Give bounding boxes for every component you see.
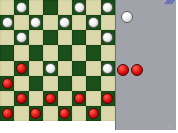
- white-piece[interactable]: [2, 17, 13, 28]
- white-piece[interactable]: [102, 2, 113, 13]
- board-square[interactable]: [86, 45, 100, 60]
- board-square[interactable]: [86, 61, 100, 76]
- board-square[interactable]: [101, 0, 115, 15]
- board-square[interactable]: [101, 106, 115, 121]
- checkers-app-window: ///// ·.: [0, 0, 178, 133]
- board-square[interactable]: [0, 15, 14, 30]
- board-square[interactable]: [72, 61, 86, 76]
- board-square[interactable]: [86, 15, 100, 30]
- board-square[interactable]: [101, 15, 115, 30]
- board-square[interactable]: [86, 91, 100, 106]
- red-piece[interactable]: [2, 108, 13, 119]
- board-square[interactable]: [86, 30, 100, 45]
- red-piece[interactable]: [30, 108, 41, 119]
- panel-corner-mark: ·.: [167, 123, 171, 128]
- board-square[interactable]: [86, 106, 100, 121]
- board-square[interactable]: [101, 76, 115, 91]
- board-square[interactable]: [14, 15, 28, 30]
- board-square[interactable]: [72, 91, 86, 106]
- board-square[interactable]: [58, 0, 72, 15]
- white-piece[interactable]: [88, 17, 99, 28]
- board-square[interactable]: [72, 15, 86, 30]
- white-piece[interactable]: [16, 32, 27, 43]
- board-square[interactable]: [14, 76, 28, 91]
- white-piece[interactable]: [74, 2, 85, 13]
- white-piece[interactable]: [45, 63, 56, 74]
- captured-white-tray: [121, 11, 133, 23]
- red-piece[interactable]: [45, 93, 56, 104]
- white-piece[interactable]: [102, 63, 113, 74]
- board-square[interactable]: [0, 106, 14, 121]
- red-piece[interactable]: [16, 93, 27, 104]
- board-square[interactable]: [58, 15, 72, 30]
- board-square[interactable]: [43, 106, 57, 121]
- board-square[interactable]: [0, 76, 14, 91]
- board-square[interactable]: [0, 0, 14, 15]
- board-square[interactable]: [43, 91, 57, 106]
- board-square[interactable]: [101, 30, 115, 45]
- board-square[interactable]: [29, 15, 43, 30]
- red-piece[interactable]: [2, 78, 13, 89]
- board-square[interactable]: [14, 45, 28, 60]
- board-square[interactable]: [0, 45, 14, 60]
- board-square[interactable]: [29, 45, 43, 60]
- board-square[interactable]: [72, 45, 86, 60]
- board-square[interactable]: [14, 0, 28, 15]
- board-square[interactable]: [58, 106, 72, 121]
- board-square[interactable]: [58, 76, 72, 91]
- board-square[interactable]: [58, 91, 72, 106]
- board-square[interactable]: [43, 0, 57, 15]
- board-square[interactable]: [72, 30, 86, 45]
- red-piece[interactable]: [74, 93, 85, 104]
- red-piece[interactable]: [88, 108, 99, 119]
- board-square[interactable]: [58, 61, 72, 76]
- board-square[interactable]: [14, 106, 28, 121]
- white-piece[interactable]: [102, 32, 113, 43]
- board-square[interactable]: [72, 0, 86, 15]
- board-square[interactable]: [101, 91, 115, 106]
- captured-red-tray: [117, 64, 143, 76]
- brand-logo-marks: /////: [164, 0, 174, 5]
- board-square[interactable]: [43, 45, 57, 60]
- board-square[interactable]: [0, 30, 14, 45]
- red-piece[interactable]: [16, 63, 27, 74]
- red-piece[interactable]: [59, 108, 70, 119]
- board-square[interactable]: [29, 76, 43, 91]
- board-square[interactable]: [86, 0, 100, 15]
- board-square[interactable]: [43, 76, 57, 91]
- board-square[interactable]: [0, 61, 14, 76]
- checkers-board[interactable]: [0, 0, 115, 121]
- board-square[interactable]: [101, 61, 115, 76]
- board-square[interactable]: [0, 91, 14, 106]
- white-piece[interactable]: [16, 2, 27, 13]
- captured-red-piece: [131, 64, 143, 76]
- board-square[interactable]: [43, 61, 57, 76]
- board-square[interactable]: [14, 30, 28, 45]
- board-square[interactable]: [14, 91, 28, 106]
- board-square[interactable]: [29, 91, 43, 106]
- board-square[interactable]: [43, 30, 57, 45]
- board-square[interactable]: [29, 61, 43, 76]
- board-square[interactable]: [101, 45, 115, 60]
- captured-white-piece: [121, 11, 133, 23]
- board-square[interactable]: [29, 106, 43, 121]
- board-square[interactable]: [72, 106, 86, 121]
- side-panel: ///// ·.: [115, 0, 176, 130]
- board-square[interactable]: [58, 30, 72, 45]
- board-square[interactable]: [29, 0, 43, 15]
- red-piece[interactable]: [102, 93, 113, 104]
- captured-red-piece: [117, 64, 129, 76]
- board-square[interactable]: [43, 15, 57, 30]
- white-piece[interactable]: [59, 17, 70, 28]
- board-square[interactable]: [72, 76, 86, 91]
- board-square[interactable]: [86, 76, 100, 91]
- board-square[interactable]: [14, 61, 28, 76]
- board-square[interactable]: [29, 30, 43, 45]
- white-piece[interactable]: [30, 17, 41, 28]
- board-square[interactable]: [58, 45, 72, 60]
